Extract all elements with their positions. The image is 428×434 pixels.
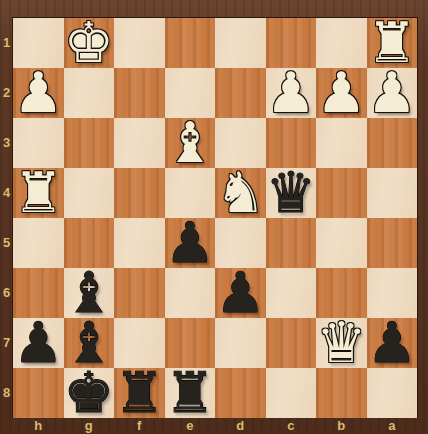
square-d2[interactable]	[215, 68, 266, 118]
square-h2[interactable]: ♟	[13, 68, 64, 118]
file-label-g: g	[64, 417, 115, 434]
square-a7[interactable]: ♟	[367, 318, 418, 368]
square-e6[interactable]	[165, 268, 216, 318]
square-d4[interactable]: ♞	[215, 168, 266, 218]
square-d8[interactable]	[215, 368, 266, 418]
white-knight[interactable]: ♞	[215, 168, 265, 218]
black-pawn[interactable]: ♟	[13, 318, 63, 368]
black-pawn[interactable]: ♟	[215, 268, 265, 318]
square-b3[interactable]	[316, 118, 367, 168]
white-pawn[interactable]: ♟	[266, 68, 316, 118]
square-f1[interactable]	[114, 18, 165, 68]
black-rook[interactable]: ♜	[114, 368, 164, 418]
black-rook[interactable]: ♜	[165, 368, 215, 418]
chess-board: ♚♜♟♟♟♟♝♜♞♛♟♝♟♟♝♛♟♚♜♜	[13, 18, 417, 417]
square-e8[interactable]: ♜	[165, 368, 216, 418]
rank-label-1: 1	[0, 18, 13, 68]
square-c2[interactable]: ♟	[266, 68, 317, 118]
black-pawn[interactable]: ♟	[367, 318, 417, 368]
square-g1[interactable]: ♚	[64, 18, 115, 68]
white-pawn[interactable]: ♟	[316, 68, 366, 118]
square-a5[interactable]	[367, 218, 418, 268]
file-label-a: a	[367, 417, 418, 434]
square-g2[interactable]	[64, 68, 115, 118]
square-c5[interactable]	[266, 218, 317, 268]
square-f6[interactable]	[114, 268, 165, 318]
file-label-c: c	[266, 417, 317, 434]
square-g4[interactable]	[64, 168, 115, 218]
file-label-d: d	[215, 417, 266, 434]
white-bishop[interactable]: ♝	[165, 118, 215, 168]
rank-label-5: 5	[0, 218, 13, 268]
square-b8[interactable]	[316, 368, 367, 418]
rank-label-7: 7	[0, 317, 13, 367]
square-f8[interactable]: ♜	[114, 368, 165, 418]
square-c7[interactable]	[266, 318, 317, 368]
square-b2[interactable]: ♟	[316, 68, 367, 118]
square-f3[interactable]	[114, 118, 165, 168]
square-b7[interactable]: ♛	[316, 318, 367, 368]
square-a3[interactable]	[367, 118, 418, 168]
black-king[interactable]: ♚	[64, 368, 114, 418]
square-d1[interactable]	[215, 18, 266, 68]
square-h8[interactable]	[13, 368, 64, 418]
square-d7[interactable]	[215, 318, 266, 368]
square-g8[interactable]: ♚	[64, 368, 115, 418]
square-e3[interactable]: ♝	[165, 118, 216, 168]
file-label-f: f	[114, 417, 165, 434]
black-pawn[interactable]: ♟	[165, 218, 215, 268]
black-queen[interactable]: ♛	[266, 168, 316, 218]
square-f2[interactable]	[114, 68, 165, 118]
white-pawn[interactable]: ♟	[13, 68, 63, 118]
square-a8[interactable]	[367, 368, 418, 418]
square-d6[interactable]: ♟	[215, 268, 266, 318]
white-rook[interactable]: ♜	[13, 168, 63, 218]
square-b5[interactable]	[316, 218, 367, 268]
white-king[interactable]: ♚	[64, 18, 114, 68]
white-pawn[interactable]: ♟	[367, 68, 417, 118]
rank-label-8: 8	[0, 367, 13, 417]
white-queen[interactable]: ♛	[316, 318, 366, 368]
rank-label-6: 6	[0, 267, 13, 317]
file-label-e: e	[165, 417, 216, 434]
square-f4[interactable]	[114, 168, 165, 218]
square-f5[interactable]	[114, 218, 165, 268]
board-frame: 12345678 ♚♜♟♟♟♟♝♜♞♛♟♝♟♟♝♛♟♚♜♜ hgfedcba	[0, 0, 428, 434]
square-c8[interactable]	[266, 368, 317, 418]
file-label-h: h	[13, 417, 64, 434]
rank-label-2: 2	[0, 68, 13, 118]
square-c6[interactable]	[266, 268, 317, 318]
square-h7[interactable]: ♟	[13, 318, 64, 368]
square-g3[interactable]	[64, 118, 115, 168]
square-b4[interactable]	[316, 168, 367, 218]
file-labels: hgfedcba	[13, 417, 417, 434]
square-h4[interactable]: ♜	[13, 168, 64, 218]
rank-label-3: 3	[0, 118, 13, 168]
square-e1[interactable]	[165, 18, 216, 68]
square-a4[interactable]	[367, 168, 418, 218]
file-label-b: b	[316, 417, 367, 434]
square-e5[interactable]: ♟	[165, 218, 216, 268]
square-c4[interactable]: ♛	[266, 168, 317, 218]
square-h5[interactable]	[13, 218, 64, 268]
rank-label-4: 4	[0, 168, 13, 218]
square-a2[interactable]: ♟	[367, 68, 418, 118]
rank-labels: 12345678	[0, 18, 13, 417]
